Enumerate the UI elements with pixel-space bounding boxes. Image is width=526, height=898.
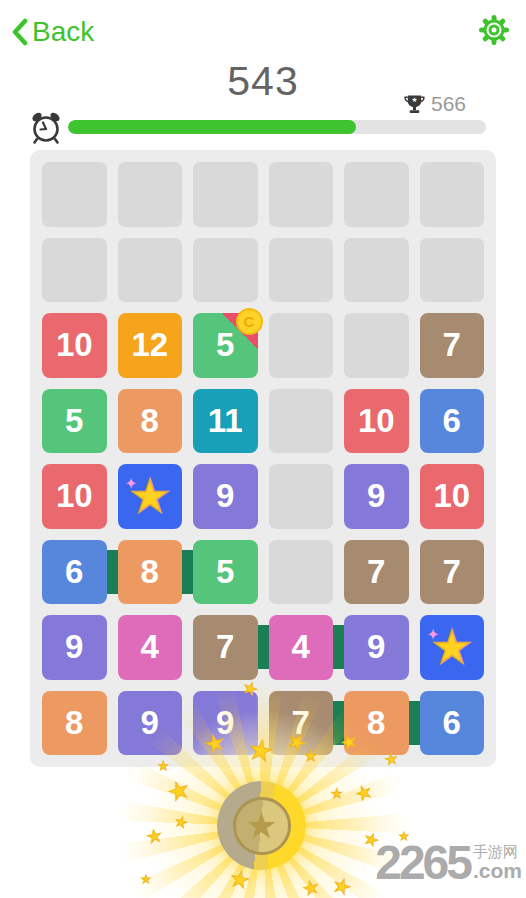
- cell-r5c2: ★✦: [118, 464, 183, 529]
- number-tile-10-r5c1[interactable]: 10: [42, 464, 107, 529]
- empty-cell-r1c2: [118, 162, 183, 227]
- number-tile-5-r6c3[interactable]: 5: [193, 540, 258, 605]
- number-tile-9-r7c1[interactable]: 9: [42, 615, 107, 680]
- number-tile-6-r8c6[interactable]: 6: [420, 691, 485, 756]
- number-tile-8-r6c2[interactable]: 8: [118, 540, 183, 605]
- tile-number: 8: [367, 704, 385, 742]
- back-label: Back: [32, 16, 94, 48]
- number-tile-4-r7c4[interactable]: 4: [269, 615, 334, 680]
- empty-tile: [344, 238, 409, 303]
- cell-r7c1: 9: [42, 615, 107, 680]
- cell-r3c2: 12: [118, 313, 183, 378]
- empty-cell-r2c2: [118, 238, 183, 303]
- cell-r6c1: 6: [42, 540, 107, 605]
- number-tile-9-r5c5[interactable]: 9: [344, 464, 409, 529]
- watermark: 2265 手游网 .com: [375, 844, 522, 882]
- empty-cell-r2c6: [420, 238, 485, 303]
- burst-star-icon: ★: [353, 782, 375, 805]
- cell-r7c6: ★✦: [420, 615, 485, 680]
- medal-inner-ring: ★: [233, 797, 291, 855]
- empty-cell-r1c5: [344, 162, 409, 227]
- burst-star-icon: ★: [330, 874, 353, 898]
- cell-r6c5: 7: [344, 540, 409, 605]
- number-tile-8-r8c1[interactable]: 8: [42, 691, 107, 756]
- cell-r5c5: 9: [344, 464, 409, 529]
- medal-star-icon: ★: [245, 808, 277, 844]
- star-tile-r7c6[interactable]: ★✦: [420, 615, 485, 680]
- tile-number: 7: [367, 553, 385, 591]
- empty-tile: [269, 162, 334, 227]
- cell-r6c2: 8: [118, 540, 183, 605]
- sparkle-icon: ✦: [428, 627, 439, 642]
- empty-tile: [118, 238, 183, 303]
- cell-r3c1: 10: [42, 313, 107, 378]
- cell-r6c6: 7: [420, 540, 485, 605]
- empty-tile: [193, 238, 258, 303]
- empty-tile: [344, 162, 409, 227]
- number-tile-7-r7c3[interactable]: 7: [193, 615, 258, 680]
- tile-number: 10: [358, 402, 395, 440]
- trophy-icon: ★: [403, 92, 426, 116]
- coin-badge-icon: C: [236, 308, 263, 335]
- empty-cell-r4c4: [269, 389, 334, 454]
- time-progress-fill: [68, 120, 356, 134]
- cell-r7c5: 9: [344, 615, 409, 680]
- empty-tile: [420, 162, 485, 227]
- tile-number: 10: [433, 477, 470, 515]
- number-tile-8-r8c5[interactable]: 8: [344, 691, 409, 756]
- cell-r8c6: 6: [420, 691, 485, 756]
- number-tile-9-r8c2[interactable]: 9: [118, 691, 183, 756]
- burst-star-icon: ★: [165, 776, 193, 805]
- cell-r4c2: 8: [118, 389, 183, 454]
- tile-number: 12: [131, 326, 168, 364]
- cell-r8c2: 9: [118, 691, 183, 756]
- cell-r8c5: 8: [344, 691, 409, 756]
- tile-number: 9: [216, 704, 234, 742]
- number-tile-7-r8c4[interactable]: 7: [269, 691, 334, 756]
- number-tile-10-r4c5[interactable]: 10: [344, 389, 409, 454]
- empty-cell-r1c1: [42, 162, 107, 227]
- empty-tile: [269, 464, 334, 529]
- empty-tile: [269, 540, 334, 605]
- cell-r8c4: 7: [269, 691, 334, 756]
- burst-star-icon: ★: [173, 814, 189, 831]
- empty-tile: [42, 238, 107, 303]
- burst-star-icon: ★: [146, 827, 164, 846]
- cell-r4c1: 5: [42, 389, 107, 454]
- number-tile-9-r5c3[interactable]: 9: [193, 464, 258, 529]
- number-tile-12-r3c2[interactable]: 12: [118, 313, 183, 378]
- svg-text:★: ★: [411, 96, 417, 103]
- number-tile-9-r7c5[interactable]: 9: [344, 615, 409, 680]
- sparkle-icon: ✦: [126, 476, 137, 491]
- tile-number: 7: [443, 326, 461, 364]
- empty-tile: [118, 162, 183, 227]
- empty-cell-r2c1: [42, 238, 107, 303]
- cell-r7c2: 4: [118, 615, 183, 680]
- cell-r6c3: 5: [193, 540, 258, 605]
- empty-tile: [269, 389, 334, 454]
- tile-number: 9: [367, 628, 385, 666]
- tile-number: 10: [56, 477, 93, 515]
- tile-number: 6: [65, 553, 83, 591]
- tile-number: 8: [141, 402, 159, 440]
- tile-number: 9: [65, 628, 83, 666]
- number-tile-5-r3c3[interactable]: 5C: [193, 313, 258, 378]
- tile-number: 8: [141, 553, 159, 591]
- cell-r5c6: 10: [420, 464, 485, 529]
- board-grid: 10125C7581110610★✦99106857794749★✦899786: [42, 162, 484, 755]
- back-button[interactable]: Back: [12, 16, 94, 48]
- number-tile-5-r4c1[interactable]: 5: [42, 389, 107, 454]
- burst-star-icon: ★: [228, 867, 252, 893]
- number-tile-8-r4c2[interactable]: 8: [118, 389, 183, 454]
- number-tile-11-r4c3[interactable]: 11: [193, 389, 258, 454]
- number-tile-4-r7c2[interactable]: 4: [118, 615, 183, 680]
- cell-r4c5: 10: [344, 389, 409, 454]
- empty-tile: [193, 162, 258, 227]
- watermark-com: .com: [473, 860, 522, 881]
- empty-cell-r2c4: [269, 238, 334, 303]
- tile-number: 9: [367, 477, 385, 515]
- empty-tile: [269, 238, 334, 303]
- burst-star-icon: ★: [331, 787, 343, 800]
- tile-number: 7: [292, 704, 310, 742]
- burst-star-icon: ★: [141, 874, 151, 885]
- number-tile-10-r5c6[interactable]: 10: [420, 464, 485, 529]
- burst-star-icon: ★: [301, 877, 321, 898]
- settings-button[interactable]: [476, 12, 512, 52]
- cell-r3c6: 7: [420, 313, 485, 378]
- timer-clock-icon: [30, 110, 62, 150]
- reward-medal-coin: ★: [217, 781, 306, 870]
- tile-number: 6: [443, 704, 461, 742]
- empty-tile: [344, 313, 409, 378]
- number-tile-7-r3c6[interactable]: 7: [420, 313, 485, 378]
- empty-cell-r1c3: [193, 162, 258, 227]
- tile-number: 10: [56, 326, 93, 364]
- empty-cell-r2c3: [193, 238, 258, 303]
- tile-number: 4: [292, 628, 310, 666]
- number-tile-6-r4c6[interactable]: 6: [420, 389, 485, 454]
- time-progress-bar: [68, 120, 486, 134]
- empty-tile: [420, 238, 485, 303]
- tile-number: 5: [216, 553, 234, 591]
- cell-r5c1: 10: [42, 464, 107, 529]
- tile-number: 9: [141, 704, 159, 742]
- watermark-number: 2265: [375, 844, 470, 882]
- empty-cell-r3c4: [269, 313, 334, 378]
- game-screen: { "game": "get-ten number merge puzzle (…: [0, 0, 526, 898]
- tile-number: 5: [65, 402, 83, 440]
- empty-cell-r1c4: [269, 162, 334, 227]
- empty-cell-r5c4: [269, 464, 334, 529]
- cell-r7c3: 7: [193, 615, 258, 680]
- cell-r4c3: 11: [193, 389, 258, 454]
- tile-number: 9: [216, 477, 234, 515]
- empty-cell-r3c5: [344, 313, 409, 378]
- best-score: ★ 566: [403, 92, 466, 116]
- empty-cell-r2c5: [344, 238, 409, 303]
- empty-tile: [42, 162, 107, 227]
- tile-number: 7: [443, 553, 461, 591]
- tile-number: 11: [208, 402, 243, 440]
- cell-r3c3: 5C: [193, 313, 258, 378]
- number-tile-7-r6c5[interactable]: 7: [344, 540, 409, 605]
- number-tile-9-r8c3[interactable]: 9: [193, 691, 258, 756]
- gear-icon: [476, 12, 512, 48]
- empty-cell-r1c6: [420, 162, 485, 227]
- cell-r5c3: 9: [193, 464, 258, 529]
- empty-cell-r6c4: [269, 540, 334, 605]
- cell-r8c3: 9: [193, 691, 258, 756]
- tile-number: 4: [141, 628, 159, 666]
- tile-number: 8: [65, 704, 83, 742]
- cell-r8c1: 8: [42, 691, 107, 756]
- watermark-cn: 手游网: [473, 844, 522, 861]
- number-tile-10-r3c1[interactable]: 10: [42, 313, 107, 378]
- number-tile-7-r6c6[interactable]: 7: [420, 540, 485, 605]
- game-board: 10125C7581110610★✦99106857794749★✦899786: [30, 150, 496, 767]
- empty-tile: [269, 313, 334, 378]
- tile-number: 6: [443, 402, 461, 440]
- number-tile-6-r6c1[interactable]: 6: [42, 540, 107, 605]
- star-tile-r5c2[interactable]: ★✦: [118, 464, 183, 529]
- back-chevron-icon: [12, 18, 28, 46]
- cell-r4c6: 6: [420, 389, 485, 454]
- best-score-value: 566: [431, 92, 466, 116]
- cell-r7c4: 4: [269, 615, 334, 680]
- tile-number: 7: [216, 628, 234, 666]
